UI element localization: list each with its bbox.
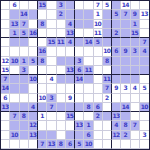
cell-r11c15[interactable]	[131, 94, 140, 103]
cell-r9c16[interactable]	[140, 75, 149, 84]
cell-r5c6[interactable]: 15	[47, 38, 56, 47]
cell-r2c15[interactable]: 9	[131, 10, 140, 19]
cell-r16c10[interactable]: 10	[84, 140, 93, 149]
cell-r12c15[interactable]	[131, 103, 140, 112]
cell-r8c3[interactable]: 3	[20, 66, 29, 75]
cell-r9c14[interactable]	[121, 75, 130, 84]
cell-r5c11[interactable]: 5	[94, 38, 103, 47]
cell-r11c10[interactable]	[84, 94, 93, 103]
cell-r4c6[interactable]	[47, 29, 56, 38]
cell-r6c15[interactable]: 3	[131, 47, 140, 56]
cell-r10c2[interactable]	[10, 84, 19, 93]
cell-r16c16[interactable]	[140, 140, 149, 149]
cell-r13c15[interactable]	[131, 112, 140, 121]
cell-r10c5[interactable]	[38, 84, 47, 93]
cell-r11c6[interactable]: 3	[47, 94, 56, 103]
cell-r6c6[interactable]	[47, 47, 56, 56]
cell-r14c9[interactable]: 13	[75, 121, 84, 130]
cell-r6c13[interactable]: 6	[112, 47, 121, 56]
cell-r9c5[interactable]	[38, 75, 47, 84]
cell-r15c15[interactable]	[131, 131, 140, 140]
cell-r13c7[interactable]	[57, 112, 66, 121]
cell-r14c16[interactable]	[140, 121, 149, 130]
cell-r12c11[interactable]: 6	[94, 103, 103, 112]
cell-r7c6[interactable]	[47, 57, 56, 66]
cell-r16c4[interactable]	[29, 140, 38, 149]
cell-r8c16[interactable]	[140, 66, 149, 75]
cell-r10c14[interactable]: 3	[121, 84, 130, 93]
cell-r12c4[interactable]: 4	[29, 103, 38, 112]
cell-r5c2[interactable]	[10, 38, 19, 47]
cell-r2c4[interactable]	[29, 10, 38, 19]
cell-r14c15[interactable]: 7	[131, 121, 140, 130]
cell-r10c11[interactable]	[94, 84, 103, 93]
cell-r9c7[interactable]	[57, 75, 66, 84]
cell-r12c9[interactable]	[75, 103, 84, 112]
cell-r2c5[interactable]	[38, 10, 47, 19]
cell-r3c8[interactable]: 4	[66, 20, 75, 29]
cell-r7c4[interactable]: 5	[29, 57, 38, 66]
cell-r3c14[interactable]	[121, 20, 130, 29]
cell-r8c1[interactable]: 15	[1, 66, 10, 75]
cell-r15c7[interactable]	[57, 131, 66, 140]
cell-r6c7[interactable]	[57, 47, 66, 56]
cell-r11c13[interactable]	[112, 94, 121, 103]
cell-r7c2[interactable]: 10	[10, 57, 19, 66]
cell-r11c14[interactable]	[121, 94, 130, 103]
cell-r13c12[interactable]	[103, 112, 112, 121]
cell-r16c5[interactable]: 7	[38, 140, 47, 149]
cell-r4c3[interactable]: 5	[20, 29, 29, 38]
cell-r13c5[interactable]: 1	[38, 112, 47, 121]
cell-r7c10[interactable]	[84, 57, 93, 66]
cell-r2c9[interactable]	[75, 10, 84, 19]
cell-r9c2[interactable]	[10, 75, 19, 84]
cell-r9c10[interactable]	[84, 75, 93, 84]
cell-r8c10[interactable]: 11	[84, 66, 93, 75]
cell-r14c2[interactable]	[10, 121, 19, 130]
cell-r9c4[interactable]: 10	[29, 75, 38, 84]
cell-r14c4[interactable]: 12	[29, 121, 38, 130]
cell-r16c15[interactable]	[131, 140, 140, 149]
cell-r7c8[interactable]	[66, 57, 75, 66]
cell-r11c9[interactable]	[75, 94, 84, 103]
cell-r1c15[interactable]	[131, 1, 140, 10]
cell-r4c10[interactable]	[84, 29, 93, 38]
cell-r15c16[interactable]: 3	[140, 131, 149, 140]
cell-r5c7[interactable]: 11	[57, 38, 66, 47]
cell-r4c1[interactable]	[1, 29, 10, 38]
cell-r14c14[interactable]: 8	[121, 121, 130, 130]
cell-r15c1[interactable]	[1, 131, 10, 140]
cell-r7c15[interactable]	[131, 57, 140, 66]
cell-r6c11[interactable]	[94, 47, 103, 56]
cell-r11c2[interactable]	[10, 94, 19, 103]
cell-r3c4[interactable]	[29, 20, 38, 29]
cell-r15c3[interactable]	[20, 131, 29, 140]
cell-r9c3[interactable]	[20, 75, 29, 84]
cell-r5c15[interactable]	[131, 38, 140, 47]
cell-r13c6[interactable]	[47, 112, 56, 121]
cell-r6c8[interactable]	[66, 47, 75, 56]
cell-r6c14[interactable]: 9	[121, 47, 130, 56]
sudoku-board: 6153751414215791313784101151613112151511…	[0, 0, 150, 150]
cell-r6c1[interactable]	[1, 47, 10, 56]
cell-r4c5[interactable]	[38, 29, 47, 38]
cell-r9c6[interactable]: 4	[47, 75, 56, 84]
cell-r1c1[interactable]	[1, 1, 10, 10]
cell-r8c12[interactable]	[103, 66, 112, 75]
cell-r11c12[interactable]: 2	[103, 94, 112, 103]
cell-r6c2[interactable]	[10, 47, 19, 56]
cell-r13c1[interactable]	[1, 112, 10, 121]
cell-r4c9[interactable]	[75, 29, 84, 38]
cell-r14c1[interactable]	[1, 121, 10, 130]
cell-r4c4[interactable]: 16	[29, 29, 38, 38]
cell-r8c13[interactable]	[112, 66, 121, 75]
cell-r16c1[interactable]	[1, 140, 10, 149]
cell-r16c13[interactable]	[112, 140, 121, 149]
cell-r1c11[interactable]: 7	[94, 1, 103, 10]
cell-r15c12[interactable]	[103, 131, 112, 140]
cell-r15c8[interactable]	[66, 131, 75, 140]
cell-r15c6[interactable]	[47, 131, 56, 140]
cell-r9c8[interactable]	[66, 75, 75, 84]
cell-r16c12[interactable]	[103, 140, 112, 149]
cell-r13c11[interactable]: 2	[94, 112, 103, 121]
cell-r15c14[interactable]: 2	[121, 131, 130, 140]
cell-r5c12[interactable]	[103, 38, 112, 47]
cell-r1c16[interactable]	[140, 1, 149, 10]
cell-r10c4[interactable]	[29, 84, 38, 93]
cell-r10c9[interactable]	[75, 84, 84, 93]
cell-r14c13[interactable]: 4	[112, 121, 121, 130]
cell-r16c7[interactable]: 8	[57, 140, 66, 149]
cell-r1c9[interactable]	[75, 1, 84, 10]
cell-r4c8[interactable]: 13	[66, 29, 75, 38]
cell-r2c14[interactable]: 7	[121, 10, 130, 19]
cell-r13c10[interactable]	[84, 112, 93, 121]
cell-r4c12[interactable]	[103, 29, 112, 38]
cell-r10c10[interactable]	[84, 84, 93, 93]
cell-r8c5[interactable]	[38, 66, 47, 75]
cell-r2c11[interactable]: 1	[94, 10, 103, 19]
cell-r10c16[interactable]: 5	[140, 84, 149, 93]
cell-r15c5[interactable]	[38, 131, 47, 140]
cell-r1c2[interactable]: 6	[10, 1, 19, 10]
cell-r7c3[interactable]: 1	[20, 57, 29, 66]
cell-r16c6[interactable]: 13	[47, 140, 56, 149]
cell-r11c7[interactable]	[57, 94, 66, 103]
cell-r10c7[interactable]	[57, 84, 66, 93]
cell-r7c12[interactable]: 8	[103, 57, 112, 66]
cell-r3c2[interactable]: 13	[10, 20, 19, 29]
cell-r15c11[interactable]	[94, 131, 103, 140]
cell-r3c11[interactable]: 10	[94, 20, 103, 29]
cell-r13c3[interactable]: 8	[20, 112, 29, 121]
cell-r3c9[interactable]	[75, 20, 84, 29]
cell-r1c4[interactable]	[29, 1, 38, 10]
cell-r7c5[interactable]: 8	[38, 57, 47, 66]
cell-r8c4[interactable]	[29, 66, 38, 75]
cell-r1c5[interactable]: 15	[38, 1, 47, 10]
cell-r5c16[interactable]: 7	[140, 38, 149, 47]
cell-r6c16[interactable]: 4	[140, 47, 149, 56]
cell-r14c3[interactable]	[20, 121, 29, 130]
cell-r13c16[interactable]	[140, 112, 149, 121]
cell-r14c8[interactable]	[66, 121, 75, 130]
cell-r3c1[interactable]	[1, 20, 10, 29]
cell-r16c3[interactable]	[20, 140, 29, 149]
cell-r13c2[interactable]: 7	[10, 112, 19, 121]
cell-r12c7[interactable]	[57, 103, 66, 112]
cell-r7c11[interactable]	[94, 57, 103, 66]
cell-r7c7[interactable]	[57, 57, 66, 66]
cell-r7c9[interactable]: 3	[75, 57, 84, 66]
cell-r16c14[interactable]	[121, 140, 130, 149]
cell-r14c10[interactable]: 1	[84, 121, 93, 130]
cell-r15c10[interactable]: 6	[84, 131, 93, 140]
cell-r4c11[interactable]: 11	[94, 29, 103, 38]
cell-r11c11[interactable]	[94, 94, 103, 103]
cell-r11c8[interactable]: 9	[66, 94, 75, 103]
cell-r12c2[interactable]	[10, 103, 19, 112]
cell-r7c16[interactable]	[140, 57, 149, 66]
cell-r2c3[interactable]: 14	[20, 10, 29, 19]
cell-r11c4[interactable]	[29, 94, 38, 103]
cell-r11c5[interactable]: 10	[38, 94, 47, 103]
cell-r14c5[interactable]	[38, 121, 47, 130]
cell-r1c7[interactable]: 3	[57, 1, 66, 10]
cell-r10c13[interactable]: 9	[112, 84, 121, 93]
cell-r13c8[interactable]: 15	[66, 112, 75, 121]
cell-r12c3[interactable]	[20, 103, 29, 112]
cell-r14c7[interactable]	[57, 121, 66, 130]
cell-r4c13[interactable]: 2	[112, 29, 121, 38]
cell-r11c3[interactable]	[20, 94, 29, 103]
cell-r12c8[interactable]	[66, 103, 75, 112]
cell-r5c4[interactable]	[29, 38, 38, 47]
cell-r5c9[interactable]	[75, 38, 84, 47]
cell-r8c8[interactable]: 13	[66, 66, 75, 75]
cell-r5c8[interactable]: 4	[66, 38, 75, 47]
cell-r6c4[interactable]	[29, 47, 38, 56]
cell-r7c13[interactable]	[112, 57, 121, 66]
cell-r16c11[interactable]	[94, 140, 103, 149]
cell-r16c8[interactable]: 6	[66, 140, 75, 149]
cell-r2c16[interactable]: 13	[140, 10, 149, 19]
cell-r4c7[interactable]	[57, 29, 66, 38]
cell-r3c15[interactable]: 1	[131, 20, 140, 29]
cell-r1c8[interactable]	[66, 1, 75, 10]
cell-r8c6[interactable]	[47, 66, 56, 75]
cell-r5c14[interactable]	[121, 38, 130, 47]
cell-r5c13[interactable]	[112, 38, 121, 47]
cell-r6c12[interactable]: 10	[103, 47, 112, 56]
cell-r1c10[interactable]	[84, 1, 93, 10]
cell-r10c12[interactable]: 7	[103, 84, 112, 93]
cell-r5c1[interactable]	[1, 38, 10, 47]
cell-r3c5[interactable]: 8	[38, 20, 47, 29]
cell-r8c15[interactable]	[131, 66, 140, 75]
cell-r12c13[interactable]	[112, 103, 121, 112]
cell-r3c12[interactable]	[103, 20, 112, 29]
cell-r7c14[interactable]	[121, 57, 130, 66]
cell-r12c16[interactable]: 10	[140, 103, 149, 112]
cell-r2c2[interactable]	[10, 10, 19, 19]
cell-r1c3[interactable]	[20, 1, 29, 10]
cell-r11c1[interactable]: 6	[1, 94, 10, 103]
cell-r6c5[interactable]: 16	[38, 47, 47, 56]
cell-r1c14[interactable]: 14	[121, 1, 130, 10]
cell-r11c16[interactable]	[140, 94, 149, 103]
cell-r14c11[interactable]	[94, 121, 103, 130]
cell-r6c3[interactable]	[20, 47, 29, 56]
cell-r10c8[interactable]	[66, 84, 75, 93]
cell-r15c13[interactable]: 12	[112, 131, 121, 140]
cell-r12c6[interactable]: 7	[47, 103, 56, 112]
cell-r2c1[interactable]	[1, 10, 10, 19]
cell-r10c15[interactable]: 4	[131, 84, 140, 93]
cell-r12c1[interactable]: 13	[1, 103, 10, 112]
cell-r12c10[interactable]: 8	[84, 103, 93, 112]
cell-r4c15[interactable]: 15	[131, 29, 140, 38]
cell-r14c12[interactable]	[103, 121, 112, 130]
cell-r2c7[interactable]: 2	[57, 10, 66, 19]
cell-r1c13[interactable]	[112, 1, 121, 10]
cell-r14c6[interactable]	[47, 121, 56, 130]
cell-r3c3[interactable]: 7	[20, 20, 29, 29]
cell-r13c9[interactable]	[75, 112, 84, 121]
cell-r9c11[interactable]	[94, 75, 103, 84]
cell-r9c15[interactable]	[131, 75, 140, 84]
cell-r3c10[interactable]	[84, 20, 93, 29]
cell-r1c6[interactable]	[47, 1, 56, 10]
cell-r3c13[interactable]	[112, 20, 121, 29]
cell-r7c1[interactable]: 12	[1, 57, 10, 66]
cell-r2c8[interactable]	[66, 10, 75, 19]
cell-r9c12[interactable]: 11	[103, 75, 112, 84]
cell-r3c6[interactable]	[47, 20, 56, 29]
cell-r10c3[interactable]	[20, 84, 29, 93]
sudoku-app: 6153751414215791313784101151613112151511…	[0, 0, 150, 150]
cell-r4c16[interactable]	[140, 29, 149, 38]
cell-r9c9[interactable]: 14	[75, 75, 84, 84]
cell-r5c10[interactable]: 14	[84, 38, 93, 47]
cell-r12c5[interactable]	[38, 103, 47, 112]
cell-r8c11[interactable]	[94, 66, 103, 75]
cell-r12c14[interactable]: 14	[121, 103, 130, 112]
cell-r10c6[interactable]	[47, 84, 56, 93]
cell-r2c12[interactable]	[103, 10, 112, 19]
cell-r2c6[interactable]	[47, 10, 56, 19]
cell-r13c14[interactable]	[121, 112, 130, 121]
cell-r15c4[interactable]: 13	[29, 131, 38, 140]
cell-r3c16[interactable]	[140, 20, 149, 29]
cell-r5c5[interactable]	[38, 38, 47, 47]
cell-r8c14[interactable]	[121, 66, 130, 75]
cell-r2c10[interactable]	[84, 10, 93, 19]
cell-r8c2[interactable]	[10, 66, 19, 75]
cell-r16c2[interactable]	[10, 140, 19, 149]
cell-r13c4[interactable]	[29, 112, 38, 121]
cell-r16c9[interactable]: 5	[75, 140, 84, 149]
cell-r13c13[interactable]: 13	[112, 112, 121, 121]
cell-r3c7[interactable]	[57, 20, 66, 29]
cell-r1c12[interactable]: 5	[103, 1, 112, 10]
cell-r15c9[interactable]	[75, 131, 84, 140]
cell-r10c1[interactable]: 14	[1, 84, 10, 93]
cell-r6c10[interactable]	[84, 47, 93, 56]
cell-r6c9[interactable]	[75, 47, 84, 56]
cell-r8c9[interactable]: 6	[75, 66, 84, 75]
cell-r8c7[interactable]	[57, 66, 66, 75]
cell-r5c3[interactable]	[20, 38, 29, 47]
cell-r9c1[interactable]: 7	[1, 75, 10, 84]
cell-r2c13[interactable]: 5	[112, 10, 121, 19]
cell-r4c14[interactable]	[121, 29, 130, 38]
cell-r12c12[interactable]	[103, 103, 112, 112]
cell-r15c2[interactable]: 10	[10, 131, 19, 140]
cell-r4c2[interactable]: 1	[10, 29, 19, 38]
cell-r9c13[interactable]	[112, 75, 121, 84]
